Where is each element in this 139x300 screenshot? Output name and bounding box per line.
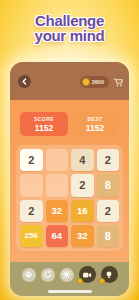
coin-cost-badge: [99, 278, 105, 284]
home-button[interactable]: [22, 268, 36, 282]
gear-icon: [62, 270, 71, 279]
empty-cell: [46, 149, 69, 171]
best-panel: BEST 1152: [71, 112, 119, 136]
page-title: Challenge your mind: [0, 13, 139, 43]
board-panel: 2422823216225664328: [16, 145, 123, 251]
hint-button[interactable]: [101, 266, 118, 283]
game-header: 2600: [10, 62, 129, 100]
home-indicator[interactable]: [48, 290, 92, 293]
tile-8: 8: [97, 225, 120, 247]
coin-balance[interactable]: 2600: [80, 76, 109, 88]
score-value: 1152: [20, 123, 68, 133]
title-line-1: Challenge: [0, 13, 139, 28]
phone-mockup: 2600 SCORE 1152 BEST: [10, 62, 129, 296]
score-panel: SCORE 1152: [20, 112, 68, 136]
game-body: SCORE 1152 BEST 1152 2422823216225664328: [10, 100, 129, 262]
tile-4: 4: [71, 149, 94, 171]
coin-count: 2600: [92, 79, 104, 85]
tile-8: 8: [97, 174, 120, 196]
app-background: Challenge your mind 2600: [0, 0, 139, 300]
tile-32: 32: [46, 200, 69, 222]
tile-64: 64: [46, 225, 69, 247]
tile-2: 2: [97, 200, 120, 222]
coin-cost-badge: [77, 278, 83, 284]
video-ad-button[interactable]: [79, 266, 96, 283]
score-label: SCORE: [20, 116, 68, 122]
tile-256: 256: [20, 225, 43, 247]
home-icon: [24, 270, 33, 279]
video-camera-icon: [82, 270, 92, 280]
back-button[interactable]: [18, 75, 31, 88]
tile-2: 2: [20, 149, 43, 171]
tile-16: 16: [71, 200, 94, 222]
restart-button[interactable]: [41, 268, 55, 282]
empty-cell: [46, 174, 69, 196]
best-value: 1152: [71, 123, 119, 133]
settings-button[interactable]: [60, 268, 74, 282]
coin-icon: [82, 78, 90, 86]
restart-icon: [43, 270, 52, 279]
tile-32: 32: [71, 225, 94, 247]
board-grid[interactable]: 2422823216225664328: [20, 149, 119, 247]
lightbulb-icon: [104, 270, 114, 280]
score-row: SCORE 1152 BEST 1152: [10, 100, 129, 136]
empty-cell: [20, 174, 43, 196]
chevron-left-icon: [21, 78, 28, 85]
tile-2: 2: [20, 200, 43, 222]
tile-2: 2: [71, 174, 94, 196]
shop-button[interactable]: [112, 76, 124, 88]
title-line-2: your mind: [0, 28, 139, 43]
cart-icon: [113, 77, 124, 88]
tile-2: 2: [97, 149, 120, 171]
bottom-nav: [10, 262, 129, 296]
nav-row: [10, 262, 129, 283]
best-label: BEST: [71, 116, 119, 122]
